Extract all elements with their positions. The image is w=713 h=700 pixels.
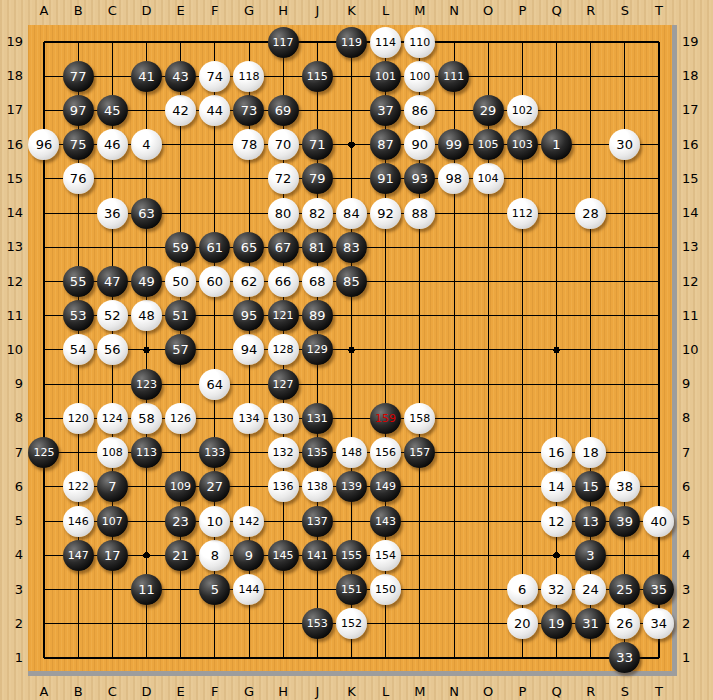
column-label-bottom-O: O (476, 684, 500, 700)
stone-L5-move-143[interactable]: 143 (370, 506, 401, 537)
stone-C17-move-45[interactable]: 45 (97, 95, 128, 126)
stone-E11-move-51[interactable]: 51 (165, 300, 196, 331)
go-game-diagram: 1345678910111213141516171819202123242526… (0, 0, 713, 700)
stone-E17-move-42[interactable]: 42 (165, 95, 196, 126)
stone-T2-move-34[interactable]: 34 (643, 608, 674, 639)
stone-M15-move-93[interactable]: 93 (404, 163, 435, 194)
stone-S3-move-25[interactable]: 25 (609, 574, 640, 605)
column-label-top-R: R (579, 3, 603, 19)
row-label-left-18: 18 (0, 68, 23, 84)
stone-B11-move-53[interactable]: 53 (63, 300, 94, 331)
stone-C7-move-108[interactable]: 108 (97, 437, 128, 468)
row-label-right-10: 10 (682, 342, 710, 358)
column-label-bottom-D: D (135, 684, 159, 700)
stone-L16-move-87[interactable]: 87 (370, 129, 401, 160)
column-label-bottom-S: S (613, 684, 637, 700)
stone-J18-move-115[interactable]: 115 (302, 61, 333, 92)
stone-E4-move-21[interactable]: 21 (165, 540, 196, 571)
row-label-left-1: 1 (0, 650, 23, 666)
stone-D12-move-49[interactable]: 49 (131, 266, 162, 297)
row-label-left-6: 6 (0, 479, 23, 495)
stone-L17-move-37[interactable]: 37 (370, 95, 401, 126)
stone-R3-move-24[interactable]: 24 (575, 574, 606, 605)
column-label-bottom-F: F (203, 684, 227, 700)
column-label-bottom-G: G (237, 684, 261, 700)
stone-H19-move-117[interactable]: 117 (268, 27, 299, 58)
stone-J4-move-141[interactable]: 141 (302, 540, 333, 571)
stone-P2-move-20[interactable]: 20 (507, 608, 538, 639)
stone-R4-move-3[interactable]: 3 (575, 540, 606, 571)
stone-N18-move-111[interactable]: 111 (438, 61, 469, 92)
stone-G4-move-9[interactable]: 9 (233, 540, 264, 571)
row-label-left-14: 14 (0, 205, 23, 221)
column-label-top-K: K (340, 3, 364, 19)
stone-C4-move-17[interactable]: 17 (97, 540, 128, 571)
stone-L15-move-91[interactable]: 91 (370, 163, 401, 194)
stone-J2-move-153[interactable]: 153 (302, 608, 333, 639)
stone-H13-move-67[interactable]: 67 (268, 232, 299, 263)
stone-L7-move-156[interactable]: 156 (370, 437, 401, 468)
row-label-left-2: 2 (0, 616, 23, 632)
row-label-right-14: 14 (682, 205, 710, 221)
column-label-top-N: N (442, 3, 466, 19)
stone-S6-move-38[interactable]: 38 (609, 471, 640, 502)
stone-J5-move-137[interactable]: 137 (302, 506, 333, 537)
stone-K13-move-83[interactable]: 83 (336, 232, 367, 263)
stone-C14-move-36[interactable]: 36 (97, 198, 128, 229)
column-label-bottom-B: B (66, 684, 90, 700)
stone-G12-move-62[interactable]: 62 (233, 266, 264, 297)
stone-J12-move-68[interactable]: 68 (302, 266, 333, 297)
column-label-bottom-A: A (32, 684, 56, 700)
stone-K12-move-85[interactable]: 85 (336, 266, 367, 297)
row-label-left-7: 7 (0, 445, 23, 461)
row-label-right-19: 19 (682, 34, 710, 50)
stone-E6-move-109[interactable]: 109 (165, 471, 196, 502)
stone-P16-move-103[interactable]: 103 (507, 129, 538, 160)
row-label-left-13: 13 (0, 239, 23, 255)
stone-F18-move-74[interactable]: 74 (199, 61, 230, 92)
stone-L4-move-154[interactable]: 154 (370, 540, 401, 571)
column-label-bottom-M: M (408, 684, 432, 700)
stone-A16-move-96[interactable]: 96 (28, 129, 59, 160)
stone-O17-move-29[interactable]: 29 (473, 95, 504, 126)
row-label-right-1: 1 (682, 650, 710, 666)
column-label-top-J: J (305, 3, 329, 19)
row-label-right-17: 17 (682, 102, 710, 118)
stone-D16-move-4[interactable]: 4 (131, 129, 162, 160)
column-label-top-M: M (408, 3, 432, 19)
column-label-top-Q: Q (545, 3, 569, 19)
column-label-bottom-R: R (579, 684, 603, 700)
column-label-bottom-L: L (374, 684, 398, 700)
stone-T3-move-35[interactable]: 35 (643, 574, 674, 605)
stone-B4-move-147[interactable]: 147 (63, 540, 94, 571)
stone-J10-move-129[interactable]: 129 (302, 334, 333, 365)
stone-C11-move-52[interactable]: 52 (97, 300, 128, 331)
stone-F4-move-8[interactable]: 8 (199, 540, 230, 571)
stone-R7-move-18[interactable]: 18 (575, 437, 606, 468)
stone-F13-move-61[interactable]: 61 (199, 232, 230, 263)
stone-D7-move-113[interactable]: 113 (131, 437, 162, 468)
stone-F9-move-64[interactable]: 64 (199, 369, 230, 400)
column-label-bottom-N: N (442, 684, 466, 700)
column-label-top-S: S (613, 3, 637, 19)
stone-C5-move-107[interactable]: 107 (97, 506, 128, 537)
stone-S5-move-39[interactable]: 39 (609, 506, 640, 537)
row-label-left-12: 12 (0, 274, 23, 290)
column-label-top-P: P (510, 3, 534, 19)
stone-E13-move-59[interactable]: 59 (165, 232, 196, 263)
stone-B10-move-54[interactable]: 54 (63, 334, 94, 365)
stone-M18-move-100[interactable]: 100 (404, 61, 435, 92)
stone-H16-move-70[interactable]: 70 (268, 129, 299, 160)
column-label-top-C: C (100, 3, 124, 19)
stone-J14-move-82[interactable]: 82 (302, 198, 333, 229)
row-label-left-3: 3 (0, 582, 23, 598)
stone-R14-move-28[interactable]: 28 (575, 198, 606, 229)
stone-K19-move-119[interactable]: 119 (336, 27, 367, 58)
stone-G17-move-73[interactable]: 73 (233, 95, 264, 126)
stone-C16-move-46[interactable]: 46 (97, 129, 128, 160)
stone-H4-move-145[interactable]: 145 (268, 540, 299, 571)
row-label-left-17: 17 (0, 102, 23, 118)
stone-Q2-move-19[interactable]: 19 (541, 608, 572, 639)
stone-H6-move-136[interactable]: 136 (268, 471, 299, 502)
column-label-top-H: H (271, 3, 295, 19)
stone-L18-move-101[interactable]: 101 (370, 61, 401, 92)
stone-K4-move-155[interactable]: 155 (336, 540, 367, 571)
stone-J16-move-71[interactable]: 71 (302, 129, 333, 160)
stone-H17-move-69[interactable]: 69 (268, 95, 299, 126)
go-board[interactable]: 1345678910111213141516171819202123242526… (28, 25, 677, 676)
stone-J7-move-135[interactable]: 135 (302, 437, 333, 468)
stone-P14-move-112[interactable]: 112 (507, 198, 538, 229)
column-label-top-G: G (237, 3, 261, 19)
column-label-top-O: O (476, 3, 500, 19)
stone-G5-move-142[interactable]: 142 (233, 506, 264, 537)
stone-K2-move-152[interactable]: 152 (336, 608, 367, 639)
row-label-right-8: 8 (682, 410, 710, 426)
row-label-right-13: 13 (682, 239, 710, 255)
stone-S16-move-30[interactable]: 30 (609, 129, 640, 160)
stone-J6-move-138[interactable]: 138 (302, 471, 333, 502)
stone-G3-move-144[interactable]: 144 (233, 574, 264, 605)
stone-S1-move-33[interactable]: 33 (609, 642, 640, 673)
stone-M16-move-90[interactable]: 90 (404, 129, 435, 160)
row-label-left-19: 19 (0, 34, 23, 50)
column-label-top-F: F (203, 3, 227, 19)
row-label-right-6: 6 (682, 479, 710, 495)
row-label-right-16: 16 (682, 137, 710, 153)
stone-L19-move-114[interactable]: 114 (370, 27, 401, 58)
stone-L14-move-92[interactable]: 92 (370, 198, 401, 229)
row-label-left-10: 10 (0, 342, 23, 358)
stone-D18-move-41[interactable]: 41 (131, 61, 162, 92)
stone-N16-move-99[interactable]: 99 (438, 129, 469, 160)
stone-B15-move-76[interactable]: 76 (63, 163, 94, 194)
stone-C10-move-56[interactable]: 56 (97, 334, 128, 365)
stone-D9-move-123[interactable]: 123 (131, 369, 162, 400)
stone-C12-move-47[interactable]: 47 (97, 266, 128, 297)
stone-O15-move-104[interactable]: 104 (473, 163, 504, 194)
stone-M19-move-110[interactable]: 110 (404, 27, 435, 58)
stone-B8-move-120[interactable]: 120 (63, 403, 94, 434)
stone-K14-move-84[interactable]: 84 (336, 198, 367, 229)
stone-B5-move-146[interactable]: 146 (63, 506, 94, 537)
row-label-right-11: 11 (682, 308, 710, 324)
stone-A7-move-125[interactable]: 125 (28, 437, 59, 468)
row-label-right-7: 7 (682, 445, 710, 461)
stone-layer: 1345678910111213141516171819202123242526… (27, 25, 676, 675)
stone-H11-move-121[interactable]: 121 (268, 300, 299, 331)
stone-M7-move-157[interactable]: 157 (404, 437, 435, 468)
column-label-bottom-P: P (510, 684, 534, 700)
column-label-top-A: A (32, 3, 56, 19)
stone-C6-move-7[interactable]: 7 (97, 471, 128, 502)
row-label-right-3: 3 (682, 582, 710, 598)
stone-F6-move-27[interactable]: 27 (199, 471, 230, 502)
stone-G13-move-65[interactable]: 65 (233, 232, 264, 263)
stone-Q7-move-16[interactable]: 16 (541, 437, 572, 468)
row-label-left-15: 15 (0, 171, 23, 187)
stone-G11-move-95[interactable]: 95 (233, 300, 264, 331)
stone-Q16-move-1[interactable]: 1 (541, 129, 572, 160)
stone-J8-move-131[interactable]: 131 (302, 403, 333, 434)
column-label-bottom-K: K (340, 684, 364, 700)
column-label-bottom-C: C (100, 684, 124, 700)
stone-M8-move-158[interactable]: 158 (404, 403, 435, 434)
stone-J11-move-89[interactable]: 89 (302, 300, 333, 331)
stone-H10-move-128[interactable]: 128 (268, 334, 299, 365)
stone-L6-move-149[interactable]: 149 (370, 471, 401, 502)
stone-D8-move-58[interactable]: 58 (131, 403, 162, 434)
stone-P17-move-102[interactable]: 102 (507, 95, 538, 126)
column-label-bottom-J: J (305, 684, 329, 700)
stone-K6-move-139[interactable]: 139 (336, 471, 367, 502)
stone-G8-move-134[interactable]: 134 (233, 403, 264, 434)
stone-M14-move-88[interactable]: 88 (404, 198, 435, 229)
stone-F7-move-133[interactable]: 133 (199, 437, 230, 468)
stone-L3-move-150[interactable]: 150 (370, 574, 401, 605)
stone-B6-move-122[interactable]: 122 (63, 471, 94, 502)
row-label-left-9: 9 (0, 376, 23, 392)
stone-B12-move-55[interactable]: 55 (63, 266, 94, 297)
stone-N15-move-98[interactable]: 98 (438, 163, 469, 194)
column-label-bottom-T: T (647, 684, 671, 700)
stone-Q6-move-14[interactable]: 14 (541, 471, 572, 502)
stone-D14-move-63[interactable]: 63 (131, 198, 162, 229)
stone-D11-move-48[interactable]: 48 (131, 300, 162, 331)
stone-H7-move-132[interactable]: 132 (268, 437, 299, 468)
row-label-right-4: 4 (682, 547, 710, 563)
row-label-right-5: 5 (682, 513, 710, 529)
stone-K7-move-148[interactable]: 148 (336, 437, 367, 468)
column-label-top-E: E (169, 3, 193, 19)
stone-E12-move-50[interactable]: 50 (165, 266, 196, 297)
stone-O16-move-105[interactable]: 105 (473, 129, 504, 160)
stone-T5-move-40[interactable]: 40 (643, 506, 674, 537)
column-label-bottom-Q: Q (545, 684, 569, 700)
stone-H9-move-127[interactable]: 127 (268, 369, 299, 400)
row-label-right-2: 2 (682, 616, 710, 632)
column-label-top-T: T (647, 3, 671, 19)
stone-H14-move-80[interactable]: 80 (268, 198, 299, 229)
stone-L8-move-159[interactable]: 159 (370, 403, 401, 434)
stone-B16-move-75[interactable]: 75 (63, 129, 94, 160)
stone-G16-move-78[interactable]: 78 (233, 129, 264, 160)
stone-C8-move-124[interactable]: 124 (97, 403, 128, 434)
stone-F3-move-5[interactable]: 5 (199, 574, 230, 605)
stone-J13-move-81[interactable]: 81 (302, 232, 333, 263)
stone-E18-move-43[interactable]: 43 (165, 61, 196, 92)
stone-G18-move-118[interactable]: 118 (233, 61, 264, 92)
stone-G10-move-94[interactable]: 94 (233, 334, 264, 365)
row-label-left-4: 4 (0, 547, 23, 563)
stone-H8-move-130[interactable]: 130 (268, 403, 299, 434)
stone-M17-move-86[interactable]: 86 (404, 95, 435, 126)
column-label-top-L: L (374, 3, 398, 19)
stone-R5-move-13[interactable]: 13 (575, 506, 606, 537)
stone-B17-move-97[interactable]: 97 (63, 95, 94, 126)
stone-D3-move-11[interactable]: 11 (131, 574, 162, 605)
stone-E5-move-23[interactable]: 23 (165, 506, 196, 537)
column-label-top-B: B (66, 3, 90, 19)
stone-F12-move-60[interactable]: 60 (199, 266, 230, 297)
row-label-left-8: 8 (0, 410, 23, 426)
stone-F17-move-44[interactable]: 44 (199, 95, 230, 126)
row-label-right-15: 15 (682, 171, 710, 187)
stone-F5-move-10[interactable]: 10 (199, 506, 230, 537)
stone-J15-move-79[interactable]: 79 (302, 163, 333, 194)
column-label-bottom-H: H (271, 684, 295, 700)
row-label-left-5: 5 (0, 513, 23, 529)
stone-Q5-move-12[interactable]: 12 (541, 506, 572, 537)
stone-K3-move-151[interactable]: 151 (336, 574, 367, 605)
row-label-right-9: 9 (682, 376, 710, 392)
stone-R2-move-31[interactable]: 31 (575, 608, 606, 639)
stone-S2-move-26[interactable]: 26 (609, 608, 640, 639)
stone-Q3-move-32[interactable]: 32 (541, 574, 572, 605)
stone-R6-move-15[interactable]: 15 (575, 471, 606, 502)
stone-H15-move-72[interactable]: 72 (268, 163, 299, 194)
stone-H12-move-66[interactable]: 66 (268, 266, 299, 297)
row-label-right-12: 12 (682, 274, 710, 290)
stone-P3-move-6[interactable]: 6 (507, 574, 538, 605)
stone-E8-move-126[interactable]: 126 (165, 403, 196, 434)
column-label-bottom-E: E (169, 684, 193, 700)
stone-B18-move-77[interactable]: 77 (63, 61, 94, 92)
row-label-right-18: 18 (682, 68, 710, 84)
stone-E10-move-57[interactable]: 57 (165, 334, 196, 365)
column-label-top-D: D (135, 3, 159, 19)
row-label-left-16: 16 (0, 137, 23, 153)
row-label-left-11: 11 (0, 308, 23, 324)
